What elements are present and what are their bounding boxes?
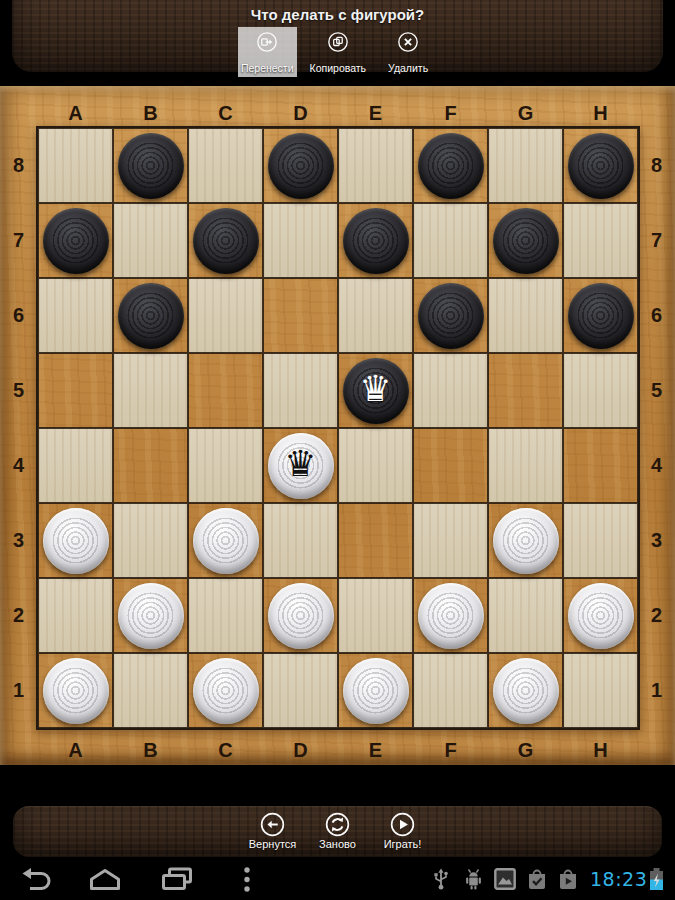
game-controls-panel: ВернутсяЗановоИграть! — [13, 806, 662, 857]
piece-black-man-d8[interactable] — [268, 133, 334, 199]
square-g4[interactable] — [488, 428, 563, 503]
left-rank-label-4: 4 — [0, 428, 37, 503]
dialog-buttons: ПеренестиКопироватьУдалить — [12, 27, 663, 77]
square-h4[interactable] — [563, 428, 638, 503]
top-file-label-g: G — [488, 100, 563, 126]
right-rank-label-7: 7 — [638, 203, 675, 278]
back-arrow-icon — [260, 812, 285, 837]
gallery-icon — [494, 868, 516, 890]
square-e4[interactable] — [338, 428, 413, 503]
right-rank-label-3: 3 — [638, 503, 675, 578]
dialog-title: Что делать с фигурой? — [12, 6, 663, 23]
square-g5[interactable] — [488, 353, 563, 428]
recents-nav-icon[interactable] — [161, 867, 193, 891]
square-c2[interactable] — [188, 578, 263, 653]
top-file-label-e: E — [338, 100, 413, 126]
bottom-file-label-a: A — [38, 737, 113, 763]
home-nav-icon[interactable] — [87, 867, 123, 891]
left-rank-label-3: 3 — [0, 503, 37, 578]
piece-black-man-b6[interactable] — [118, 283, 184, 349]
top-file-label-f: F — [413, 100, 488, 126]
left-rank-label-6: 6 — [0, 278, 37, 353]
play-icon — [390, 812, 415, 837]
overflow-menu-icon[interactable] — [243, 866, 251, 893]
square-d3[interactable] — [263, 503, 338, 578]
square-h3[interactable] — [563, 503, 638, 578]
piece-action-dialog: Что делать с фигурой? ПеренестиКопироват… — [12, 0, 663, 72]
bottom-file-label-c: C — [188, 737, 263, 763]
king-crown-icon: ♛ — [343, 356, 409, 422]
piece-black-man-c7[interactable] — [193, 208, 259, 274]
right-rank-label-4: 4 — [638, 428, 675, 503]
piece-white-man-a3[interactable] — [43, 508, 109, 574]
button-label: Перенести — [241, 62, 294, 74]
square-d1[interactable] — [263, 653, 338, 728]
square-e8[interactable] — [338, 128, 413, 203]
square-f4[interactable] — [413, 428, 488, 503]
restart-icon — [325, 812, 350, 837]
piece-black-man-h8[interactable] — [568, 133, 634, 199]
square-h1[interactable] — [563, 653, 638, 728]
square-e2[interactable] — [338, 578, 413, 653]
checkers-board: AABBCCDDEEFFGGHH8877665544332211 ♛♛ — [0, 86, 675, 765]
move-button[interactable]: Перенести — [238, 27, 297, 77]
square-b3[interactable] — [113, 503, 188, 578]
play-button[interactable]: Играть! — [378, 812, 428, 850]
bag-play-icon — [558, 868, 578, 890]
square-c5[interactable] — [188, 353, 263, 428]
square-h5[interactable] — [563, 353, 638, 428]
left-rank-label-1: 1 — [0, 653, 37, 728]
piece-white-man-d2[interactable] — [268, 583, 334, 649]
back-nav-icon[interactable] — [17, 867, 51, 891]
button-label: Копировать — [310, 62, 367, 74]
board-squares: ♛♛ — [36, 126, 640, 730]
copy-icon — [327, 31, 349, 53]
game-controls: ВернутсяЗановоИграть! — [13, 812, 662, 850]
piece-black-man-h6[interactable] — [568, 283, 634, 349]
screen: Что делать с фигурой? ПеренестиКопироват… — [0, 0, 675, 900]
square-a4[interactable] — [38, 428, 113, 503]
piece-black-king-e5[interactable]: ♛ — [343, 358, 409, 424]
bottom-file-label-g: G — [488, 737, 563, 763]
square-d5[interactable] — [263, 353, 338, 428]
bottom-file-label-e: E — [338, 737, 413, 763]
piece-white-man-c1[interactable] — [193, 658, 259, 724]
piece-white-man-f2[interactable] — [418, 583, 484, 649]
square-e3[interactable] — [338, 503, 413, 578]
delete-x-icon — [397, 31, 419, 53]
square-f7[interactable] — [413, 203, 488, 278]
return-button[interactable]: Вернутся — [248, 812, 298, 850]
square-c6[interactable] — [188, 278, 263, 353]
square-g2[interactable] — [488, 578, 563, 653]
bag-check-icon — [527, 868, 547, 890]
square-d7[interactable] — [263, 203, 338, 278]
square-e6[interactable] — [338, 278, 413, 353]
piece-black-man-f6[interactable] — [418, 283, 484, 349]
button-label: Заново — [319, 838, 356, 850]
square-f1[interactable] — [413, 653, 488, 728]
adb-robot-icon — [463, 868, 484, 891]
left-rank-label-8: 8 — [0, 128, 37, 203]
right-rank-label-5: 5 — [638, 353, 675, 428]
piece-black-man-a7[interactable] — [43, 208, 109, 274]
move-out-icon — [256, 31, 278, 53]
square-b5[interactable] — [113, 353, 188, 428]
bottom-file-label-d: D — [263, 737, 338, 763]
copy-button[interactable]: Копировать — [307, 27, 370, 77]
right-rank-label-8: 8 — [638, 128, 675, 203]
square-c8[interactable] — [188, 128, 263, 203]
square-h7[interactable] — [563, 203, 638, 278]
piece-white-man-c3[interactable] — [193, 508, 259, 574]
piece-white-man-e1[interactable] — [343, 658, 409, 724]
button-label: Удалить — [388, 62, 428, 74]
left-rank-label-2: 2 — [0, 578, 37, 653]
piece-white-man-h2[interactable] — [568, 583, 634, 649]
square-f3[interactable] — [413, 503, 488, 578]
button-label: Играть! — [384, 838, 422, 850]
square-a8[interactable] — [38, 128, 113, 203]
square-b4[interactable] — [113, 428, 188, 503]
battery-charging-icon — [649, 867, 664, 891]
piece-white-man-g3[interactable] — [493, 508, 559, 574]
left-rank-label-7: 7 — [0, 203, 37, 278]
top-file-label-a: A — [38, 100, 113, 126]
piece-black-man-b8[interactable] — [118, 133, 184, 199]
right-rank-label-2: 2 — [638, 578, 675, 653]
piece-white-man-g1[interactable] — [493, 658, 559, 724]
bottom-file-label-b: B — [113, 737, 188, 763]
right-rank-label-1: 1 — [638, 653, 675, 728]
bottom-file-label-f: F — [413, 737, 488, 763]
square-g6[interactable] — [488, 278, 563, 353]
piece-white-king-d4[interactable]: ♛ — [268, 433, 334, 499]
square-c4[interactable] — [188, 428, 263, 503]
bottom-file-label-h: H — [563, 737, 638, 763]
right-rank-label-6: 6 — [638, 278, 675, 353]
square-g8[interactable] — [488, 128, 563, 203]
top-file-label-d: D — [263, 100, 338, 126]
usb-icon — [433, 868, 449, 891]
status-clock: 18:23 — [590, 868, 647, 890]
square-b7[interactable] — [113, 203, 188, 278]
piece-black-man-f8[interactable] — [418, 133, 484, 199]
king-crown-icon: ♛ — [268, 431, 334, 497]
android-nav-bar: 18:23 — [0, 858, 675, 900]
piece-black-man-g7[interactable] — [493, 208, 559, 274]
button-label: Вернутся — [249, 838, 297, 850]
top-file-label-b: B — [113, 100, 188, 126]
piece-black-man-e7[interactable] — [343, 208, 409, 274]
piece-white-man-a1[interactable] — [43, 658, 109, 724]
square-a2[interactable] — [38, 578, 113, 653]
square-b1[interactable] — [113, 653, 188, 728]
top-file-label-c: C — [188, 100, 263, 126]
square-f5[interactable] — [413, 353, 488, 428]
piece-white-man-b2[interactable] — [118, 583, 184, 649]
square-a6[interactable] — [38, 278, 113, 353]
restart-button[interactable]: Заново — [313, 812, 363, 850]
square-d6[interactable] — [263, 278, 338, 353]
left-rank-label-5: 5 — [0, 353, 37, 428]
top-file-label-h: H — [563, 100, 638, 126]
square-a5[interactable] — [38, 353, 113, 428]
delete-button[interactable]: Удалить — [379, 27, 437, 77]
